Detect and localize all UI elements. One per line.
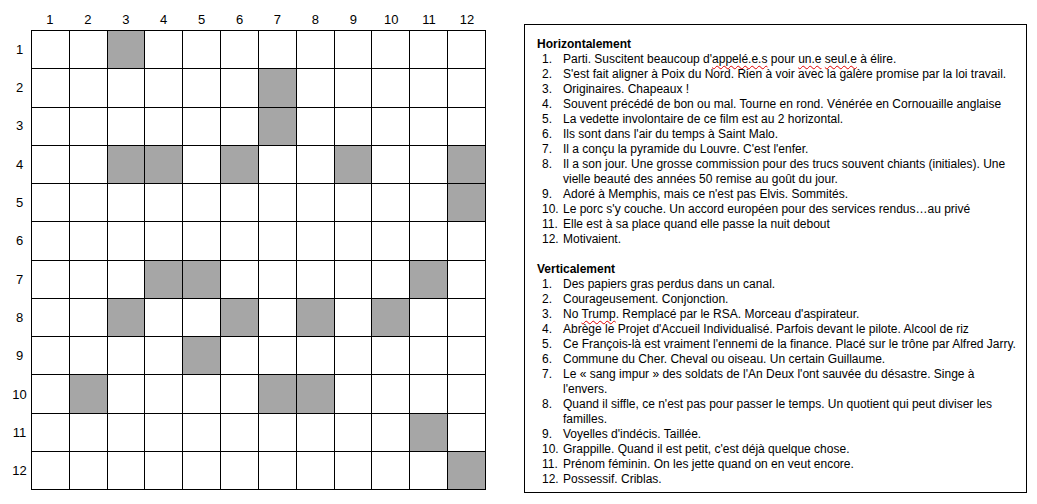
cell-r3-c3[interactable] xyxy=(108,108,145,145)
down-clue-number: 12. xyxy=(537,472,563,487)
blocked-cell-r11-c11 xyxy=(410,414,447,451)
cell-r7-c7[interactable] xyxy=(259,261,296,298)
across-clue-5: 5.La vedette involontaire de ce film est… xyxy=(537,112,1022,127)
down-clue-number: 9. xyxy=(537,427,563,442)
down-clue-text: Abrège le Projet d'Accueil Individualisé… xyxy=(563,322,1022,337)
across-clue-text: Elle est à sa place quand elle passe la … xyxy=(563,217,1022,232)
across-clue-4: 4.Souvent précédé de bon ou mal. Tourne … xyxy=(537,97,1022,112)
cell-r1-c2[interactable] xyxy=(70,31,107,68)
cell-r12-c8[interactable] xyxy=(297,452,334,489)
cell-r11-c4[interactable] xyxy=(145,414,182,451)
cell-r9-c6[interactable] xyxy=(221,337,258,374)
cell-r6-c7[interactable] xyxy=(259,222,296,259)
row-label-2: 2 xyxy=(8,68,31,106)
down-clue-text: Courageusement. Conjonction. xyxy=(563,292,1022,307)
down-clue-7: 7.Le « sang impur » des soldats de l'An … xyxy=(537,367,1022,397)
row-label-10: 10 xyxy=(8,375,31,413)
across-clue-number: 8. xyxy=(537,157,563,187)
cell-r1-c1[interactable] xyxy=(32,31,69,68)
blocked-cell-r8-c10 xyxy=(372,299,409,336)
across-clue-8: 8.Il a son jour. Une grosse commission p… xyxy=(537,157,1022,187)
down-clue-number: 11. xyxy=(537,457,563,472)
cell-r12-c3[interactable] xyxy=(108,452,145,489)
cell-r9-c3[interactable] xyxy=(108,337,145,374)
cell-r8-c11[interactable] xyxy=(410,299,447,336)
down-clue-list: 1.Des papiers gras perdus dans un canal.… xyxy=(537,277,1022,487)
cell-r3-c1[interactable] xyxy=(32,108,69,145)
col-label-4: 4 xyxy=(145,8,183,30)
cell-r1-c11[interactable] xyxy=(410,31,447,68)
down-clue-text: Voyelles d'indécis. Taillée. xyxy=(563,427,1022,442)
cell-r4-c10[interactable] xyxy=(372,146,409,183)
down-clue-text: Grappille. Quand il est petit, c'est déj… xyxy=(563,442,1022,457)
cell-r6-c11[interactable] xyxy=(410,222,447,259)
column-labels: 123456789101112 xyxy=(31,8,486,30)
cell-r9-c10[interactable] xyxy=(372,337,409,374)
col-label-7: 7 xyxy=(259,8,297,30)
blocked-cell-r10-c2 xyxy=(70,375,107,412)
down-clue-6: 6.Commune du Cher. Cheval ou oiseau. Un … xyxy=(537,352,1022,367)
cell-r12-c9[interactable] xyxy=(335,452,372,489)
across-clue-list: 1.Parti. Suscitent beaucoup d'appelé.e.s… xyxy=(537,52,1022,247)
across-clue-number: 5. xyxy=(537,112,563,127)
across-clue-number: 6. xyxy=(537,127,563,142)
cell-r6-c5[interactable] xyxy=(183,222,220,259)
down-clue-text: Commune du Cher. Cheval ou oiseau. Un ce… xyxy=(563,352,1022,367)
down-clue-number: 2. xyxy=(537,292,563,307)
across-clue-text: Parti. Suscitent beaucoup d'appelé.e.s p… xyxy=(563,52,1022,67)
cell-r7-c9[interactable] xyxy=(335,261,372,298)
across-clue-number: 11. xyxy=(537,217,563,232)
cell-r9-c9[interactable] xyxy=(335,337,372,374)
across-clue-number: 4. xyxy=(537,97,563,112)
cell-r10-c1[interactable] xyxy=(32,375,69,412)
cell-r11-c8[interactable] xyxy=(297,414,334,451)
blocked-cell-r4-c6 xyxy=(221,146,258,183)
cell-r12-c1[interactable] xyxy=(32,452,69,489)
cell-r7-c6[interactable] xyxy=(221,261,258,298)
col-label-1: 1 xyxy=(31,8,69,30)
cell-r4-c5[interactable] xyxy=(183,146,220,183)
blocked-cell-r7-c5 xyxy=(183,261,220,298)
down-clue-text: No Trump. Remplacé par le RSA. Morceau d… xyxy=(563,307,1022,322)
across-clue-number: 1. xyxy=(537,52,563,67)
down-clue-1: 1.Des papiers gras perdus dans un canal. xyxy=(537,277,1022,292)
cell-r5-c8[interactable] xyxy=(297,184,334,221)
cell-r7-c10[interactable] xyxy=(372,261,409,298)
row-label-8: 8 xyxy=(8,298,31,336)
cell-r9-c7[interactable] xyxy=(259,337,296,374)
cell-r6-c6[interactable] xyxy=(221,222,258,259)
cell-r7-c12[interactable] xyxy=(448,261,485,298)
clues-panel: Horizontalement 1.Parti. Suscitent beauc… xyxy=(524,24,1027,493)
cell-r6-c9[interactable] xyxy=(335,222,372,259)
down-clue-text: Possessif. Criblas. xyxy=(563,472,1022,487)
cell-r8-c1[interactable] xyxy=(32,299,69,336)
cell-r8-c7[interactable] xyxy=(259,299,296,336)
cell-r2-c4[interactable] xyxy=(145,69,182,106)
cell-r10-c9[interactable] xyxy=(335,375,372,412)
cell-r12-c5[interactable] xyxy=(183,452,220,489)
cell-r9-c11[interactable] xyxy=(410,337,447,374)
blocked-cell-r4-c3 xyxy=(108,146,145,183)
blocked-cell-r2-c7 xyxy=(259,69,296,106)
blocked-cell-r8-c3 xyxy=(108,299,145,336)
cell-r10-c10[interactable] xyxy=(372,375,409,412)
cell-r1-c4[interactable] xyxy=(145,31,182,68)
cell-r1-c6[interactable] xyxy=(221,31,258,68)
cell-r5-c9[interactable] xyxy=(335,184,372,221)
across-clue-text: Souvent précédé de bon ou mal. Tourne en… xyxy=(563,97,1022,112)
cell-r11-c12[interactable] xyxy=(448,414,485,451)
cell-r5-c3[interactable] xyxy=(108,184,145,221)
cell-r4-c11[interactable] xyxy=(410,146,447,183)
col-label-9: 9 xyxy=(334,8,372,30)
down-clue-9: 9.Voyelles d'indécis. Taillée. xyxy=(537,427,1022,442)
section-gap xyxy=(537,247,1022,262)
cell-r10-c12[interactable] xyxy=(448,375,485,412)
row-label-6: 6 xyxy=(8,222,31,260)
blocked-cell-r5-c12 xyxy=(448,184,485,221)
cell-r9-c2[interactable] xyxy=(70,337,107,374)
cell-r6-c12[interactable] xyxy=(448,222,485,259)
cell-r3-c11[interactable] xyxy=(410,108,447,145)
row-label-7: 7 xyxy=(8,260,31,298)
misspelled-word: seul.e xyxy=(825,52,857,66)
down-clue-number: 3. xyxy=(537,307,563,322)
blocked-cell-r12-c12 xyxy=(448,452,485,489)
cell-r7-c2[interactable] xyxy=(70,261,107,298)
cell-r4-c2[interactable] xyxy=(70,146,107,183)
cell-r8-c12[interactable] xyxy=(448,299,485,336)
cell-r2-c9[interactable] xyxy=(335,69,372,106)
across-clue-text: Il a son jour. Une grosse commission pou… xyxy=(563,157,1022,187)
cell-r12-c4[interactable] xyxy=(145,452,182,489)
cell-r2-c11[interactable] xyxy=(410,69,447,106)
across-clue-number: 9. xyxy=(537,187,563,202)
blocked-cell-r4-c4 xyxy=(145,146,182,183)
across-clue-2: 2.S'est fait aligner à Poix du Nord. Rie… xyxy=(537,67,1022,82)
col-label-8: 8 xyxy=(296,8,334,30)
across-clue-number: 3. xyxy=(537,82,563,97)
blocked-cell-r8-c8 xyxy=(297,299,334,336)
cell-r7-c1[interactable] xyxy=(32,261,69,298)
across-clue-text: Motivaient. xyxy=(563,232,1022,247)
cell-r11-c6[interactable] xyxy=(221,414,258,451)
across-clue-6: 6.Ils sont dans l'air du temps à Saint M… xyxy=(537,127,1022,142)
blocked-cell-r3-c7 xyxy=(259,108,296,145)
cell-r11-c2[interactable] xyxy=(70,414,107,451)
blocked-cell-r4-c9 xyxy=(335,146,372,183)
cell-r2-c1[interactable] xyxy=(32,69,69,106)
across-clue-text: Originaires. Chapeaux ! xyxy=(563,82,1022,97)
down-clue-number: 4. xyxy=(537,322,563,337)
col-label-10: 10 xyxy=(372,8,410,30)
cell-r6-c8[interactable] xyxy=(297,222,334,259)
down-clue-8: 8.Quand il siffle, ce n'est pas pour pas… xyxy=(537,397,1022,427)
across-clue-1: 1.Parti. Suscitent beaucoup d'appelé.e.s… xyxy=(537,52,1022,67)
across-clue-text: Adoré à Memphis, mais ce n'est pas Elvis… xyxy=(563,187,1022,202)
cell-r3-c10[interactable] xyxy=(372,108,409,145)
across-clue-text: La vedette involontaire de ce film est a… xyxy=(563,112,1022,127)
row-labels: 123456789101112 xyxy=(8,30,31,490)
across-heading: Horizontalement xyxy=(537,37,1022,52)
cell-r12-c11[interactable] xyxy=(410,452,447,489)
down-clue-3: 3.No Trump. Remplacé par le RSA. Morceau… xyxy=(537,307,1022,322)
row-label-1: 1 xyxy=(8,30,31,68)
col-label-6: 6 xyxy=(221,8,259,30)
row-label-5: 5 xyxy=(8,183,31,221)
cell-r6-c10[interactable] xyxy=(372,222,409,259)
cell-r1-c5[interactable] xyxy=(183,31,220,68)
cell-r10-c5[interactable] xyxy=(183,375,220,412)
down-clue-number: 7. xyxy=(537,367,563,397)
down-clue-10: 10.Grappille. Quand il est petit, c'est … xyxy=(537,442,1022,457)
down-clue-11: 11.Prénom féminin. On les jette quand on… xyxy=(537,457,1022,472)
cell-r5-c10[interactable] xyxy=(372,184,409,221)
blocked-cell-r10-c7 xyxy=(259,375,296,412)
across-clue-text: Ils sont dans l'air du temps à Saint Mal… xyxy=(563,127,1022,142)
cell-r9-c1[interactable] xyxy=(32,337,69,374)
cell-r5-c4[interactable] xyxy=(145,184,182,221)
cell-r11-c5[interactable] xyxy=(183,414,220,451)
across-clue-11: 11.Elle est à sa place quand elle passe … xyxy=(537,217,1022,232)
cell-r3-c2[interactable] xyxy=(70,108,107,145)
cell-r1-c9[interactable] xyxy=(335,31,372,68)
misspelled-word: Trump xyxy=(581,307,615,321)
cell-r11-c9[interactable] xyxy=(335,414,372,451)
cell-r3-c6[interactable] xyxy=(221,108,258,145)
col-label-3: 3 xyxy=(107,8,145,30)
cell-r10-c4[interactable] xyxy=(145,375,182,412)
cell-r3-c8[interactable] xyxy=(297,108,334,145)
cell-r3-c4[interactable] xyxy=(145,108,182,145)
across-clue-number: 2. xyxy=(537,67,563,82)
cell-r12-c6[interactable] xyxy=(221,452,258,489)
across-clue-7: 7.Il a conçu la pyramide du Louvre. C'es… xyxy=(537,142,1022,157)
cell-r2-c6[interactable] xyxy=(221,69,258,106)
row-label-9: 9 xyxy=(8,337,31,375)
row-label-11: 11 xyxy=(8,413,31,451)
down-clue-number: 6. xyxy=(537,352,563,367)
col-label-2: 2 xyxy=(69,8,107,30)
row-label-3: 3 xyxy=(8,107,31,145)
down-clue-5: 5.Ce François-là est vraiment l'ennemi d… xyxy=(537,337,1022,352)
cell-r2-c10[interactable] xyxy=(372,69,409,106)
cell-r9-c4[interactable] xyxy=(145,337,182,374)
across-clue-10: 10.Le porc s'y couche. Un accord europée… xyxy=(537,202,1022,217)
cell-r6-c1[interactable] xyxy=(32,222,69,259)
across-clue-text: Le porc s'y couche. Un accord européen p… xyxy=(563,202,1022,217)
misspelled-word: un.e xyxy=(798,52,821,66)
cell-r5-c1[interactable] xyxy=(32,184,69,221)
down-clue-text: Des papiers gras perdus dans un canal. xyxy=(563,277,1022,292)
blocked-cell-r10-c8 xyxy=(297,375,334,412)
cell-r1-c10[interactable] xyxy=(372,31,409,68)
cell-r5-c11[interactable] xyxy=(410,184,447,221)
across-clue-number: 10. xyxy=(537,202,563,217)
cell-r11-c10[interactable] xyxy=(372,414,409,451)
crossword-grid-area: 123456789101112 123456789101112 xyxy=(8,8,486,490)
cell-r1-c7[interactable] xyxy=(259,31,296,68)
cell-r3-c5[interactable] xyxy=(183,108,220,145)
down-clue-2: 2.Courageusement. Conjonction. xyxy=(537,292,1022,307)
cell-r5-c5[interactable] xyxy=(183,184,220,221)
cell-r8-c2[interactable] xyxy=(70,299,107,336)
down-heading: Verticalement xyxy=(537,262,1022,277)
cell-r11-c1[interactable] xyxy=(32,414,69,451)
cell-r4-c8[interactable] xyxy=(297,146,334,183)
cell-r9-c12[interactable] xyxy=(448,337,485,374)
down-clue-number: 8. xyxy=(537,397,563,427)
across-clue-12: 12.Motivaient. xyxy=(537,232,1022,247)
blocked-cell-r9-c5 xyxy=(183,337,220,374)
cell-r2-c2[interactable] xyxy=(70,69,107,106)
cell-r6-c3[interactable] xyxy=(108,222,145,259)
cell-r2-c12[interactable] xyxy=(448,69,485,106)
down-clue-12: 12.Possessif. Criblas. xyxy=(537,472,1022,487)
blocked-cell-r8-c6 xyxy=(221,299,258,336)
cell-r10-c6[interactable] xyxy=(221,375,258,412)
cell-r3-c9[interactable] xyxy=(335,108,372,145)
cell-r4-c7[interactable] xyxy=(259,146,296,183)
col-label-11: 11 xyxy=(410,8,448,30)
cell-r3-c12[interactable] xyxy=(448,108,485,145)
row-label-12: 12 xyxy=(8,452,31,490)
cell-r8-c5[interactable] xyxy=(183,299,220,336)
down-clue-number: 5. xyxy=(537,337,563,352)
cell-r1-c8[interactable] xyxy=(297,31,334,68)
misspelled-word: appelé.e.s xyxy=(712,52,767,66)
cell-r12-c7[interactable] xyxy=(259,452,296,489)
cell-r8-c9[interactable] xyxy=(335,299,372,336)
cell-r12-c10[interactable] xyxy=(372,452,409,489)
down-clue-text: Le « sang impur » des soldats de l'An De… xyxy=(563,367,1022,397)
across-clue-9: 9.Adoré à Memphis, mais ce n'est pas Elv… xyxy=(537,187,1022,202)
cell-r1-c12[interactable] xyxy=(448,31,485,68)
cell-r2-c5[interactable] xyxy=(183,69,220,106)
down-clue-4: 4.Abrège le Projet d'Accueil Individuali… xyxy=(537,322,1022,337)
down-clue-text: Quand il siffle, ce n'est pas pour passe… xyxy=(563,397,1022,427)
row-label-4: 4 xyxy=(8,145,31,183)
cell-r2-c8[interactable] xyxy=(297,69,334,106)
down-clue-number: 10. xyxy=(537,442,563,457)
cell-r10-c11[interactable] xyxy=(410,375,447,412)
cell-r5-c7[interactable] xyxy=(259,184,296,221)
across-clue-number: 12. xyxy=(537,232,563,247)
crossword-board xyxy=(31,30,486,490)
cell-r10-c3[interactable] xyxy=(108,375,145,412)
cell-r5-c2[interactable] xyxy=(70,184,107,221)
cell-r7-c3[interactable] xyxy=(108,261,145,298)
across-clue-number: 7. xyxy=(537,142,563,157)
cell-r9-c8[interactable] xyxy=(297,337,334,374)
cell-r2-c3[interactable] xyxy=(108,69,145,106)
across-clue-text: S'est fait aligner à Poix du Nord. Rien … xyxy=(563,67,1022,82)
cell-r8-c4[interactable] xyxy=(145,299,182,336)
cell-r6-c2[interactable] xyxy=(70,222,107,259)
down-clue-text: Ce François-là est vraiment l'ennemi de … xyxy=(563,337,1022,352)
blocked-cell-r4-c12 xyxy=(448,146,485,183)
down-clue-number: 1. xyxy=(537,277,563,292)
col-label-12: 12 xyxy=(448,8,486,30)
cell-r5-c6[interactable] xyxy=(221,184,258,221)
cell-r7-c8[interactable] xyxy=(297,261,334,298)
across-clue-text: Il a conçu la pyramide du Louvre. C'est … xyxy=(563,142,1022,157)
cell-r6-c4[interactable] xyxy=(145,222,182,259)
blocked-cell-r1-c3 xyxy=(108,31,145,68)
down-clue-text: Prénom féminin. On les jette quand on en… xyxy=(563,457,1022,472)
across-clue-3: 3.Originaires. Chapeaux ! xyxy=(537,82,1022,97)
cell-r11-c7[interactable] xyxy=(259,414,296,451)
blocked-cell-r7-c4 xyxy=(145,261,182,298)
blocked-cell-r7-c11 xyxy=(410,261,447,298)
cell-r12-c2[interactable] xyxy=(70,452,107,489)
cell-r11-c3[interactable] xyxy=(108,414,145,451)
cell-r4-c1[interactable] xyxy=(32,146,69,183)
col-label-5: 5 xyxy=(183,8,221,30)
